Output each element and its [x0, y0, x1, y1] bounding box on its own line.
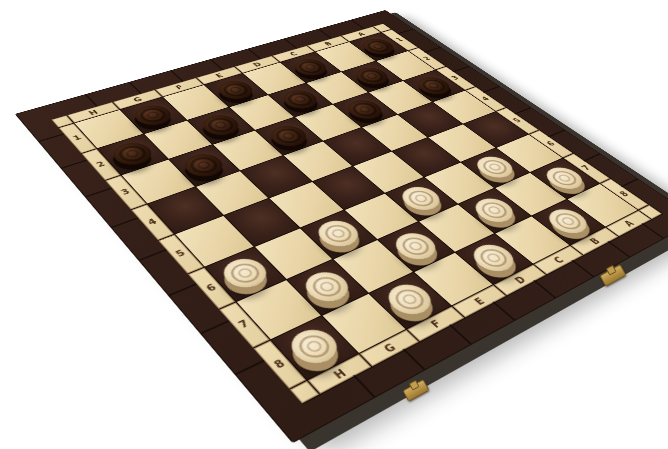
light-piece[interactable] — [216, 254, 274, 293]
game-board: HGFEDCBA1122334455667788HGFEDCBA — [15, 10, 668, 443]
board-grid: HGFEDCBA1122334455667788HGFEDCBA — [51, 23, 663, 404]
brass-clasp — [402, 379, 429, 402]
photo-stage: HGFEDCBA1122334455667788HGFEDCBA — [0, 0, 668, 449]
dark-piece[interactable] — [178, 150, 229, 180]
dark-piece[interactable] — [197, 112, 245, 139]
dark-piece[interactable] — [129, 102, 177, 128]
dark-piece[interactable] — [213, 78, 259, 102]
